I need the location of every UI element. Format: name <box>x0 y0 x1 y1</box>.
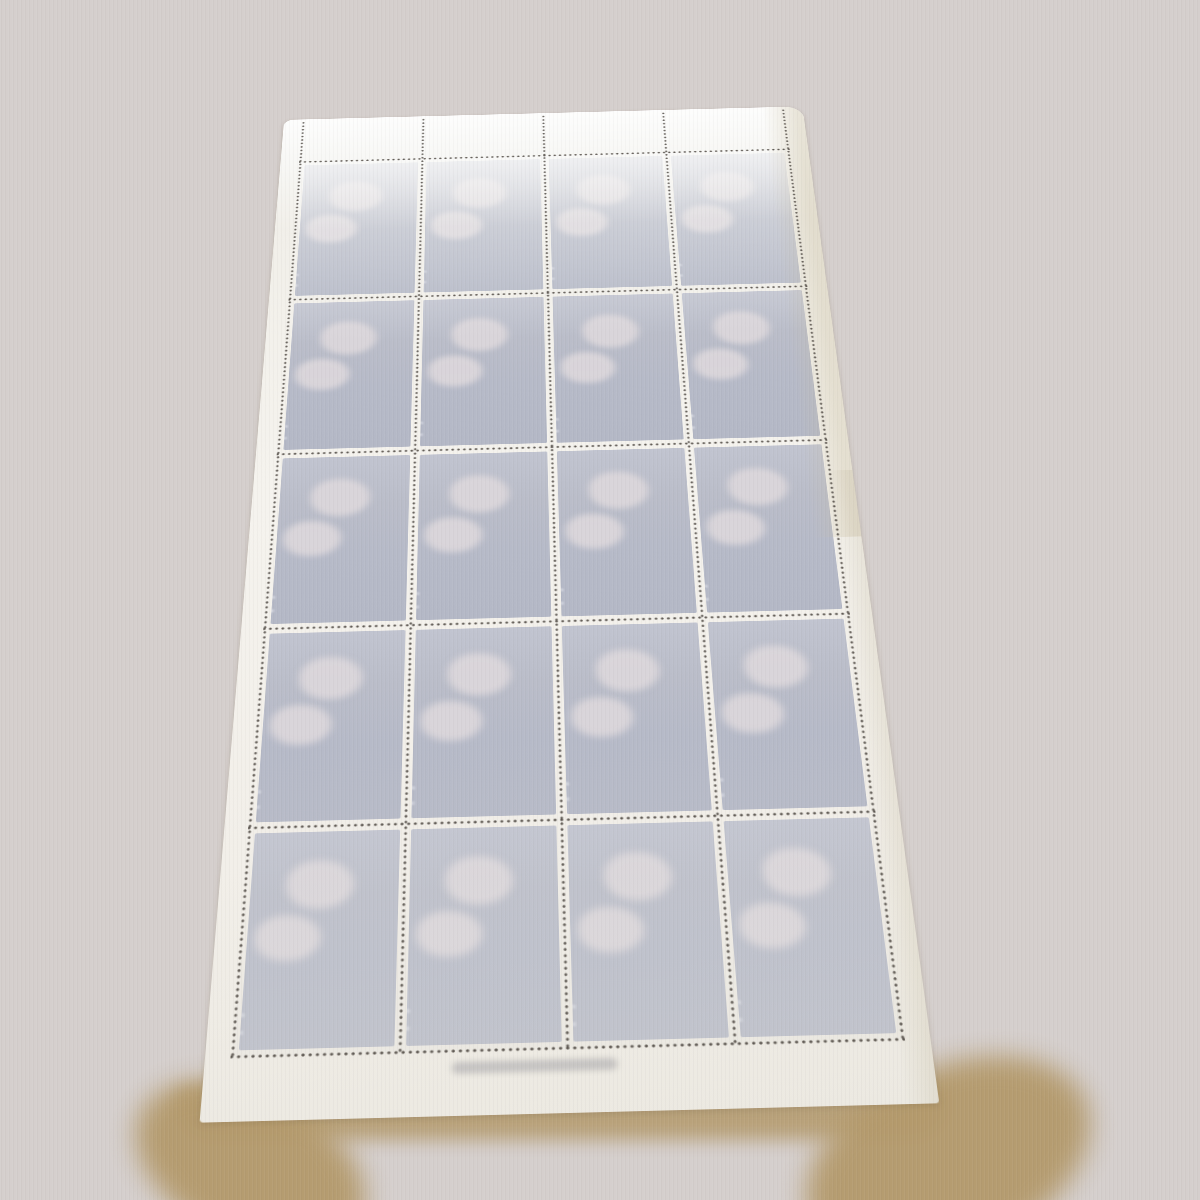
denomination-ghost: 10 <box>256 787 265 815</box>
denomination-ghost: 10 <box>420 419 426 441</box>
stamp-cell: 10 <box>689 440 848 618</box>
flower-blob <box>294 358 350 390</box>
selvage-imprint <box>452 1058 618 1074</box>
stamp-back: 10 <box>270 455 410 624</box>
stamp-cell: 10 <box>406 621 562 824</box>
flower-blob <box>416 911 483 958</box>
stamp-back: 10 <box>416 451 551 620</box>
stamp-back: 10 <box>557 448 697 616</box>
stamp-back: 10 <box>239 830 400 1051</box>
stamp-cell: 10 <box>415 293 552 451</box>
denomination-ghost: 10 <box>562 779 573 807</box>
stamp-cell: 10 <box>677 286 826 443</box>
flower-blob <box>285 859 355 909</box>
flower-blob <box>420 701 482 742</box>
denomination-ghost: 10 <box>295 272 302 291</box>
flower-blob <box>743 645 811 688</box>
denomination-ghost: 10 <box>416 590 423 614</box>
stamp-cell: 10 <box>548 290 689 448</box>
flower-blob <box>603 851 673 901</box>
stamp-back: 10 <box>694 444 842 612</box>
stamp-cell: 10 <box>544 152 677 293</box>
flower-blob <box>445 855 513 905</box>
flower-blob <box>450 474 510 512</box>
flower-blob <box>452 317 508 351</box>
stamp-cell: 10 <box>552 444 702 622</box>
stamp-back: 10 <box>406 825 562 1045</box>
flower-blob <box>424 517 482 553</box>
flower-blob <box>712 310 771 344</box>
denomination-ghost: 10 <box>567 1001 580 1033</box>
stamp-cell: 10 <box>400 820 568 1053</box>
flower-blob <box>681 205 735 234</box>
flower-blob <box>320 321 378 355</box>
stamp-back: 10 <box>549 156 672 289</box>
flower-blob <box>310 478 371 516</box>
stamp-cell: 10 <box>557 617 718 819</box>
stamp-back: 10 <box>553 293 684 442</box>
stamp-back: 10 <box>283 300 414 450</box>
denomination-ghost: 10 <box>549 265 558 284</box>
flower-blob <box>577 174 631 205</box>
flower-blob <box>595 648 661 692</box>
flower-blob <box>556 208 608 237</box>
stamp-cell: 10 <box>718 812 903 1044</box>
stamp-cell: 10 <box>666 149 806 289</box>
flower-blob <box>582 314 640 348</box>
denomination-ghost: 10 <box>557 586 567 610</box>
flower-blob <box>700 171 756 201</box>
stamp-back: 10 <box>567 821 729 1041</box>
denomination-ghost: 10 <box>406 1006 414 1038</box>
flower-blob <box>706 510 767 546</box>
stamp-back: 10 <box>420 297 547 446</box>
flower-blob <box>577 906 645 953</box>
photo-background: 1010101010101010101010101010101010101010 <box>0 0 1200 1200</box>
denomination-ghost: 10 <box>270 593 278 617</box>
stamp-back: 10 <box>708 619 868 810</box>
stamp-sheet-tilt: 1010101010101010101010101010101010101010 <box>0 0 1200 1200</box>
flower-blob <box>720 693 785 734</box>
stamp-cell: 10 <box>278 296 419 454</box>
flower-blob <box>305 214 358 243</box>
denomination-ghost: 10 <box>283 423 291 445</box>
stamp-back: 10 <box>411 626 556 818</box>
stamp-cell: 10 <box>250 625 411 828</box>
stamp-back: 10 <box>295 162 418 296</box>
flower-blob <box>453 177 506 208</box>
stamp-sheet-back: 1010101010101010101010101010101010101010 <box>200 106 940 1122</box>
denomination-ghost: 10 <box>424 268 430 287</box>
stamp-back: 10 <box>256 630 406 822</box>
flower-blob <box>253 915 322 962</box>
flower-blob <box>428 355 483 387</box>
flower-blob <box>268 704 332 745</box>
flower-blob <box>738 902 808 949</box>
stamp-cell: 10 <box>562 816 736 1048</box>
flower-blob <box>298 656 364 700</box>
stamp-back: 10 <box>724 817 897 1037</box>
flower-blob <box>431 211 483 240</box>
flower-blob <box>588 471 649 509</box>
stamp-back: 10 <box>424 159 544 292</box>
stamp-cell: 10 <box>411 447 557 625</box>
flower-blob <box>448 652 512 696</box>
flower-blob <box>692 348 749 380</box>
stamp-back: 10 <box>671 153 801 286</box>
stamp-cell: 10 <box>702 614 873 816</box>
flower-blob <box>560 352 616 384</box>
denomination-ghost: 10 <box>239 1010 249 1042</box>
stamp-back: 10 <box>562 622 712 814</box>
flower-blob <box>727 467 790 505</box>
stamp-cell: 10 <box>265 451 415 629</box>
stamp-cell: 10 <box>419 156 548 297</box>
stamp-grid: 1010101010101010101010101010101010101010 <box>232 149 902 1057</box>
stamp-cell: 10 <box>290 159 422 300</box>
stamp-back: 10 <box>682 290 821 439</box>
denomination-ghost: 10 <box>553 416 562 438</box>
stamp-cell: 10 <box>232 824 405 1057</box>
denomination-ghost: 10 <box>411 783 418 811</box>
flower-blob <box>761 847 834 897</box>
flower-blob <box>329 181 383 212</box>
flower-blob <box>282 521 342 557</box>
stamp-sheet-perspective: 1010101010101010101010101010101010101010 <box>200 106 940 1122</box>
flower-blob <box>571 697 634 738</box>
flower-blob <box>565 513 624 549</box>
